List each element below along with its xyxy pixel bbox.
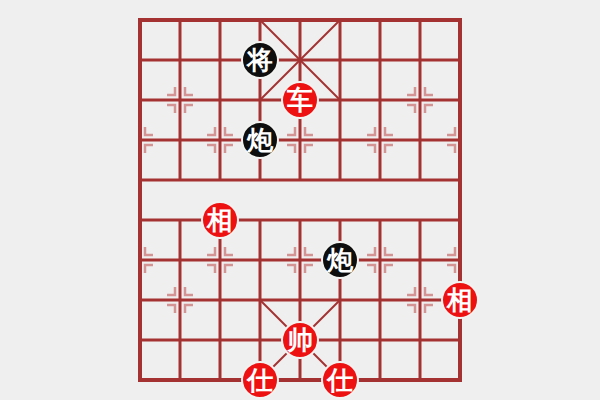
intersection[interactable] — [440, 160, 480, 200]
intersection[interactable] — [400, 80, 440, 120]
intersection[interactable] — [280, 160, 320, 200]
intersection[interactable] — [120, 120, 160, 160]
intersection[interactable] — [440, 240, 480, 280]
black-cannon[interactable]: 炮 — [241, 121, 279, 159]
intersection[interactable] — [360, 280, 400, 320]
intersection[interactable] — [200, 80, 240, 120]
intersection[interactable]: 车 — [280, 80, 320, 120]
intersection[interactable] — [440, 0, 480, 40]
xiangqi-board: 将车炮相炮相帅仕仕 — [0, 0, 600, 400]
intersection[interactable] — [120, 0, 160, 40]
piece-glyph: 相 — [207, 207, 233, 233]
intersection[interactable]: 将 — [240, 40, 280, 80]
intersection[interactable] — [200, 0, 240, 40]
piece-glyph: 车 — [287, 87, 313, 113]
intersection[interactable] — [400, 280, 440, 320]
intersection[interactable] — [360, 360, 400, 400]
intersection[interactable] — [400, 120, 440, 160]
piece-glyph: 炮 — [247, 127, 273, 153]
intersection[interactable] — [120, 240, 160, 280]
intersection[interactable] — [120, 40, 160, 80]
intersection[interactable] — [240, 320, 280, 360]
intersection[interactable] — [160, 280, 200, 320]
intersection[interactable] — [160, 200, 200, 240]
intersection[interactable] — [320, 160, 360, 200]
intersection[interactable] — [240, 80, 280, 120]
intersection[interactable] — [360, 160, 400, 200]
intersection[interactable] — [280, 200, 320, 240]
intersection[interactable] — [240, 240, 280, 280]
piece-glyph: 帅 — [287, 327, 313, 353]
intersection[interactable] — [320, 80, 360, 120]
intersection[interactable] — [400, 200, 440, 240]
intersection[interactable] — [240, 0, 280, 40]
intersection[interactable] — [120, 320, 160, 360]
intersection[interactable] — [200, 240, 240, 280]
intersection[interactable] — [360, 40, 400, 80]
intersection[interactable] — [360, 200, 400, 240]
piece-glyph: 炮 — [327, 247, 353, 273]
piece-glyph: 仕 — [247, 367, 273, 393]
intersection[interactable] — [240, 280, 280, 320]
intersection[interactable] — [400, 360, 440, 400]
intersection[interactable] — [280, 0, 320, 40]
intersection[interactable] — [160, 320, 200, 360]
red-general[interactable]: 帅 — [281, 321, 319, 359]
intersection[interactable] — [320, 40, 360, 80]
intersection[interactable] — [280, 40, 320, 80]
intersection[interactable] — [160, 160, 200, 200]
intersection[interactable] — [160, 240, 200, 280]
intersection[interactable] — [400, 40, 440, 80]
intersection[interactable] — [160, 120, 200, 160]
board-grid: 将车炮相炮相帅仕仕 — [120, 0, 480, 400]
black-general[interactable]: 将 — [241, 41, 279, 79]
intersection[interactable] — [440, 40, 480, 80]
red-chariot[interactable]: 车 — [281, 81, 319, 119]
intersection[interactable] — [280, 360, 320, 400]
intersection[interactable] — [200, 40, 240, 80]
intersection[interactable] — [280, 120, 320, 160]
intersection[interactable] — [360, 240, 400, 280]
intersection[interactable] — [320, 0, 360, 40]
intersection[interactable] — [120, 80, 160, 120]
intersection[interactable]: 仕 — [320, 360, 360, 400]
intersection[interactable] — [320, 200, 360, 240]
red-advisor[interactable]: 仕 — [241, 361, 279, 399]
intersection[interactable] — [320, 120, 360, 160]
intersection[interactable] — [440, 200, 480, 240]
intersection[interactable]: 炮 — [240, 120, 280, 160]
red-advisor[interactable]: 仕 — [321, 361, 359, 399]
intersection[interactable]: 帅 — [280, 320, 320, 360]
intersection[interactable] — [160, 0, 200, 40]
intersection[interactable] — [200, 360, 240, 400]
intersection[interactable] — [320, 280, 360, 320]
intersection[interactable] — [360, 0, 400, 40]
intersection[interactable] — [160, 80, 200, 120]
intersection[interactable] — [240, 200, 280, 240]
intersection[interactable] — [440, 320, 480, 360]
intersection[interactable] — [280, 280, 320, 320]
red-elephant[interactable]: 相 — [201, 201, 239, 239]
intersection[interactable] — [200, 280, 240, 320]
intersection[interactable] — [160, 360, 200, 400]
black-cannon[interactable]: 炮 — [321, 241, 359, 279]
intersection[interactable] — [360, 120, 400, 160]
intersection[interactable] — [120, 360, 160, 400]
intersection[interactable]: 炮 — [320, 240, 360, 280]
intersection[interactable] — [200, 320, 240, 360]
intersection[interactable] — [200, 120, 240, 160]
intersection[interactable] — [200, 160, 240, 200]
intersection[interactable] — [160, 40, 200, 80]
intersection[interactable] — [440, 120, 480, 160]
intersection[interactable] — [400, 320, 440, 360]
intersection[interactable] — [120, 280, 160, 320]
red-elephant[interactable]: 相 — [441, 281, 479, 319]
intersection[interactable]: 仕 — [240, 360, 280, 400]
intersection[interactable] — [400, 160, 440, 200]
intersection[interactable] — [360, 320, 400, 360]
intersection[interactable] — [400, 0, 440, 40]
intersection[interactable]: 相 — [440, 280, 480, 320]
intersection[interactable]: 相 — [200, 200, 240, 240]
intersection[interactable] — [240, 160, 280, 200]
intersection[interactable] — [120, 160, 160, 200]
intersection[interactable] — [400, 240, 440, 280]
intersection[interactable] — [120, 200, 160, 240]
piece-glyph: 仕 — [327, 367, 353, 393]
intersection[interactable] — [440, 80, 480, 120]
intersection[interactable] — [280, 240, 320, 280]
piece-glyph: 将 — [247, 47, 273, 73]
intersection[interactable] — [320, 320, 360, 360]
intersection[interactable] — [440, 360, 480, 400]
intersection[interactable] — [360, 80, 400, 120]
piece-glyph: 相 — [447, 287, 473, 313]
